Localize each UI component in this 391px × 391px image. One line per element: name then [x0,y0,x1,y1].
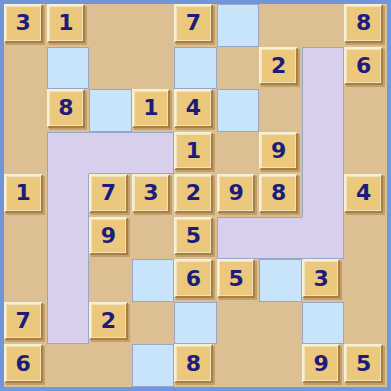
tile-number: 5 [186,225,201,247]
cell-r7c1[interactable] [4,259,47,302]
cell-r6c4[interactable] [132,217,175,260]
given-tile: 8 [47,89,86,128]
cell-r2c2[interactable] [47,47,90,90]
tile-number: 9 [228,182,243,204]
tile-number: 7 [101,182,116,204]
cell-r4c2[interactable] [47,132,90,175]
cell-r9c7[interactable] [259,344,302,387]
cell-r7c6[interactable]: 5 [217,259,260,302]
cell-r3c4[interactable]: 1 [132,89,175,132]
given-tile: 9 [217,174,256,213]
cell-r9c8[interactable]: 9 [302,344,345,387]
cell-r6c3[interactable]: 9 [89,217,132,260]
cell-r9c4[interactable] [132,344,175,387]
tile-number: 2 [186,182,201,204]
tile-number: 5 [356,353,371,375]
given-tile: 5 [344,344,383,383]
given-tile: 5 [217,259,256,298]
given-tile: 2 [259,47,298,86]
cell-r5c4[interactable]: 3 [132,174,175,217]
tile-number: 3 [314,268,329,290]
cell-r1c6[interactable] [217,4,260,47]
tile-number: 9 [314,353,329,375]
cell-r1c5[interactable]: 7 [174,4,217,47]
cell-r1c3[interactable] [89,4,132,47]
cell-r2c1[interactable] [4,47,47,90]
cell-r4c7[interactable]: 9 [259,132,302,175]
tile-number: 9 [101,225,116,247]
tile-number: 3 [143,182,158,204]
cell-r3c2[interactable]: 8 [47,89,90,132]
cell-r6c5[interactable]: 5 [174,217,217,260]
cell-r4c3[interactable] [89,132,132,175]
given-tile: 8 [344,4,383,43]
cell-r2c3[interactable] [89,47,132,90]
tile-number: 5 [228,268,243,290]
given-tile: 9 [89,217,128,256]
given-tile: 8 [259,174,298,213]
tile-number: 8 [356,12,371,34]
cell-r7c7[interactable] [259,259,302,302]
cell-r5c3[interactable]: 7 [89,174,132,217]
cell-r1c4[interactable] [132,4,175,47]
given-tile: 1 [132,89,171,128]
cell-r5c6[interactable]: 9 [217,174,260,217]
cell-r6c8[interactable] [302,217,345,260]
tile-number: 2 [271,55,286,77]
given-tile: 6 [344,47,383,86]
given-tile: 3 [132,174,171,213]
cell-r4c1[interactable] [4,132,47,175]
given-tile: 1 [4,174,43,213]
cell-r1c9[interactable]: 8 [344,4,387,47]
tile-number: 8 [186,353,201,375]
cell-r8c9[interactable] [344,302,387,345]
cell-r3c5[interactable]: 4 [174,89,217,132]
tile-number: 4 [186,97,201,119]
cell-r4c4[interactable] [132,132,175,175]
cell-r6c6[interactable] [217,217,260,260]
given-tile: 8 [174,344,213,383]
cell-r7c5[interactable]: 6 [174,259,217,302]
cell-r9c6[interactable] [217,344,260,387]
cell-r3c6[interactable] [217,89,260,132]
given-tile: 9 [302,344,341,383]
given-tile: 2 [174,174,213,213]
cell-r2c8[interactable] [302,47,345,90]
cell-r3c9[interactable] [344,89,387,132]
cell-r7c3[interactable] [89,259,132,302]
tile-number: 1 [143,97,158,119]
cell-r8c8[interactable] [302,302,345,345]
cell-r2c7[interactable]: 2 [259,47,302,90]
given-tile: 4 [174,89,213,128]
cell-r9c9[interactable]: 5 [344,344,387,387]
cell-r5c9[interactable]: 4 [344,174,387,217]
cell-r6c2[interactable] [47,217,90,260]
cell-r7c8[interactable]: 3 [302,259,345,302]
given-tile: 1 [174,132,213,171]
given-tile: 6 [4,344,43,383]
given-tile: 5 [174,217,213,256]
cell-r7c2[interactable] [47,259,90,302]
cell-r1c1[interactable]: 3 [4,4,47,47]
cell-r3c8[interactable] [302,89,345,132]
cell-r2c5[interactable] [174,47,217,90]
cell-r4c9[interactable] [344,132,387,175]
cell-r8c1[interactable]: 7 [4,302,47,345]
cell-r1c2[interactable]: 1 [47,4,90,47]
given-tile: 7 [89,174,128,213]
given-tile: 4 [344,174,383,213]
tile-number: 3 [16,12,31,34]
cell-r5c5[interactable]: 2 [174,174,217,217]
cell-r4c6[interactable] [217,132,260,175]
given-tile: 3 [302,259,341,298]
cell-r6c7[interactable] [259,217,302,260]
tile-number: 7 [16,310,31,332]
cell-r1c7[interactable] [259,4,302,47]
given-tile: 7 [174,4,213,43]
given-tile: 7 [4,302,43,341]
given-tile: 2 [89,302,128,341]
tile-number: 1 [16,182,31,204]
cell-r1c8[interactable] [302,4,345,47]
cell-r9c1[interactable]: 6 [4,344,47,387]
tile-number: 6 [16,353,31,375]
cell-r2c6[interactable] [217,47,260,90]
given-tile: 1 [47,4,86,43]
cell-r3c1[interactable] [4,89,47,132]
cell-r9c5[interactable]: 8 [174,344,217,387]
tile-number: 1 [186,140,201,162]
tile-number: 8 [58,97,73,119]
given-tile: 9 [259,132,298,171]
tile-number: 2 [101,310,116,332]
cell-r4c8[interactable] [302,132,345,175]
cell-r5c2[interactable] [47,174,90,217]
cell-r2c4[interactable] [132,47,175,90]
tile-number: 6 [186,268,201,290]
cell-r5c7[interactable]: 8 [259,174,302,217]
tile-number: 4 [356,182,371,204]
given-tile: 3 [4,4,43,43]
cell-r3c7[interactable] [259,89,302,132]
cell-r8c5[interactable] [174,302,217,345]
cell-r2c9[interactable]: 6 [344,47,387,90]
cell-r8c7[interactable] [259,302,302,345]
cell-r3c3[interactable] [89,89,132,132]
tile-number: 1 [58,12,73,34]
cell-r5c1[interactable]: 1 [4,174,47,217]
cell-r6c1[interactable] [4,217,47,260]
cell-r7c9[interactable] [344,259,387,302]
cell-r9c3[interactable] [89,344,132,387]
cell-r8c3[interactable]: 2 [89,302,132,345]
cell-r5c8[interactable] [302,174,345,217]
given-tile: 6 [174,259,213,298]
cell-r9c2[interactable] [47,344,90,387]
cell-r8c6[interactable] [217,302,260,345]
cell-r4c5[interactable]: 1 [174,132,217,175]
cell-r7c4[interactable] [132,259,175,302]
cell-r8c2[interactable] [47,302,90,345]
tile-number: 8 [271,182,286,204]
tile-number: 7 [186,12,201,34]
tile-number: 6 [356,55,371,77]
cell-r8c4[interactable] [132,302,175,345]
tile-number: 9 [271,140,286,162]
sudoku-board: 31782681419173298495653726895 [0,0,391,391]
cell-r6c9[interactable] [344,217,387,260]
